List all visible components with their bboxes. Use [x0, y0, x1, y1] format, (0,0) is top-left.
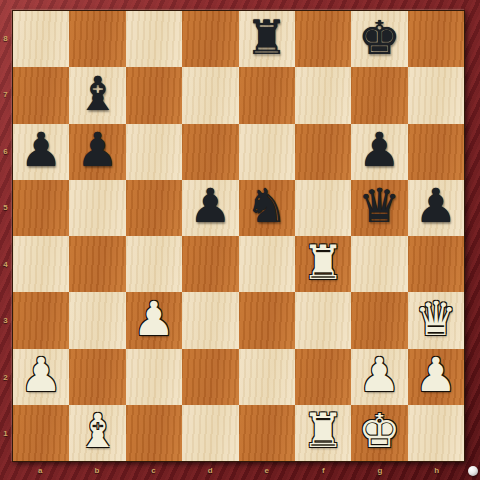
piece-black-pawn-h5[interactable]: ♟ — [415, 182, 457, 229]
file-label-b: b — [69, 462, 126, 478]
piece-white-pawn-a2[interactable]: ♟ — [20, 351, 62, 398]
rank-label-3: 3 — [0, 293, 11, 350]
square-e4[interactable] — [239, 236, 295, 292]
square-c6[interactable] — [126, 124, 182, 180]
rank-labels: 87654321 — [0, 10, 12, 462]
piece-black-bishop-b7[interactable]: ♝ — [76, 70, 118, 117]
square-c3[interactable]: ♟ — [126, 292, 182, 348]
square-a3[interactable] — [13, 292, 69, 348]
square-c4[interactable] — [126, 236, 182, 292]
square-h3[interactable]: ♛ — [408, 292, 464, 348]
piece-white-pawn-h2[interactable]: ♟ — [415, 351, 457, 398]
square-h7[interactable] — [408, 67, 464, 123]
piece-white-bishop-b1[interactable]: ♝ — [76, 407, 118, 454]
square-c1[interactable] — [126, 405, 182, 461]
square-f8[interactable] — [295, 11, 351, 67]
square-g4[interactable] — [351, 236, 407, 292]
square-d7[interactable] — [182, 67, 238, 123]
square-e3[interactable] — [239, 292, 295, 348]
square-h5[interactable]: ♟ — [408, 180, 464, 236]
file-labels: abcdefgh — [12, 462, 465, 478]
piece-black-pawn-g6[interactable]: ♟ — [358, 126, 400, 173]
piece-white-queen-h3[interactable]: ♛ — [415, 295, 457, 342]
square-g6[interactable]: ♟ — [351, 124, 407, 180]
square-b7[interactable]: ♝ — [69, 67, 125, 123]
file-label-h: h — [408, 462, 465, 478]
square-e1[interactable] — [239, 405, 295, 461]
square-a6[interactable]: ♟ — [13, 124, 69, 180]
square-a2[interactable]: ♟ — [13, 349, 69, 405]
square-d8[interactable] — [182, 11, 238, 67]
square-f3[interactable] — [295, 292, 351, 348]
square-h8[interactable] — [408, 11, 464, 67]
square-g5[interactable]: ♛ — [351, 180, 407, 236]
square-a1[interactable] — [13, 405, 69, 461]
piece-white-rook-f4[interactable]: ♜ — [302, 239, 344, 286]
file-label-a: a — [12, 462, 69, 478]
piece-black-knight-e5[interactable]: ♞ — [246, 182, 288, 229]
piece-white-pawn-g2[interactable]: ♟ — [358, 351, 400, 398]
piece-black-pawn-d5[interactable]: ♟ — [189, 182, 231, 229]
rank-label-7: 7 — [0, 67, 11, 124]
square-c5[interactable] — [126, 180, 182, 236]
square-b8[interactable] — [69, 11, 125, 67]
piece-black-pawn-a6[interactable]: ♟ — [20, 126, 62, 173]
square-e2[interactable] — [239, 349, 295, 405]
square-d2[interactable] — [182, 349, 238, 405]
file-label-f: f — [295, 462, 352, 478]
piece-black-rook-e8[interactable]: ♜ — [246, 14, 288, 61]
square-h4[interactable] — [408, 236, 464, 292]
board-frame: ♜♚♝♟♟♟♟♞♛♟♜♟♛♟♟♟♝♜♚ 87654321 abcdefgh — [0, 0, 480, 480]
square-d4[interactable] — [182, 236, 238, 292]
square-f1[interactable]: ♜ — [295, 405, 351, 461]
square-a8[interactable] — [13, 11, 69, 67]
chess-board: ♜♚♝♟♟♟♟♞♛♟♜♟♛♟♟♟♝♜♚ — [12, 10, 465, 462]
file-label-e: e — [239, 462, 296, 478]
square-f7[interactable] — [295, 67, 351, 123]
square-d1[interactable] — [182, 405, 238, 461]
square-b4[interactable] — [69, 236, 125, 292]
square-g8[interactable]: ♚ — [351, 11, 407, 67]
rank-label-8: 8 — [0, 10, 11, 67]
piece-white-rook-f1[interactable]: ♜ — [302, 407, 344, 454]
square-h6[interactable] — [408, 124, 464, 180]
square-h2[interactable]: ♟ — [408, 349, 464, 405]
white-to-move-indicator — [468, 466, 478, 476]
square-c8[interactable] — [126, 11, 182, 67]
square-e7[interactable] — [239, 67, 295, 123]
square-g1[interactable]: ♚ — [351, 405, 407, 461]
square-e8[interactable]: ♜ — [239, 11, 295, 67]
square-g7[interactable] — [351, 67, 407, 123]
piece-black-queen-g5[interactable]: ♛ — [358, 182, 400, 229]
rank-label-1: 1 — [0, 406, 11, 463]
square-a4[interactable] — [13, 236, 69, 292]
piece-black-pawn-b6[interactable]: ♟ — [76, 126, 118, 173]
square-b5[interactable] — [69, 180, 125, 236]
square-h1[interactable] — [408, 405, 464, 461]
rank-label-6: 6 — [0, 123, 11, 180]
piece-white-pawn-c3[interactable]: ♟ — [133, 295, 175, 342]
square-f6[interactable] — [295, 124, 351, 180]
square-c2[interactable] — [126, 349, 182, 405]
square-g2[interactable]: ♟ — [351, 349, 407, 405]
square-d6[interactable] — [182, 124, 238, 180]
piece-white-king-g1[interactable]: ♚ — [358, 407, 400, 454]
square-d3[interactable] — [182, 292, 238, 348]
piece-black-king-g8[interactable]: ♚ — [358, 14, 400, 61]
file-label-c: c — [125, 462, 182, 478]
rank-label-4: 4 — [0, 236, 11, 293]
square-b2[interactable] — [69, 349, 125, 405]
square-g3[interactable] — [351, 292, 407, 348]
file-label-d: d — [182, 462, 239, 478]
square-b3[interactable] — [69, 292, 125, 348]
file-label-g: g — [352, 462, 409, 478]
square-f4[interactable]: ♜ — [295, 236, 351, 292]
square-e5[interactable]: ♞ — [239, 180, 295, 236]
rank-label-5: 5 — [0, 180, 11, 237]
square-c7[interactable] — [126, 67, 182, 123]
square-f5[interactable] — [295, 180, 351, 236]
square-a5[interactable] — [13, 180, 69, 236]
square-f2[interactable] — [295, 349, 351, 405]
square-b1[interactable]: ♝ — [69, 405, 125, 461]
square-b6[interactable]: ♟ — [69, 124, 125, 180]
square-a7[interactable] — [13, 67, 69, 123]
square-d5[interactable]: ♟ — [182, 180, 238, 236]
square-e6[interactable] — [239, 124, 295, 180]
rank-label-2: 2 — [0, 349, 11, 406]
